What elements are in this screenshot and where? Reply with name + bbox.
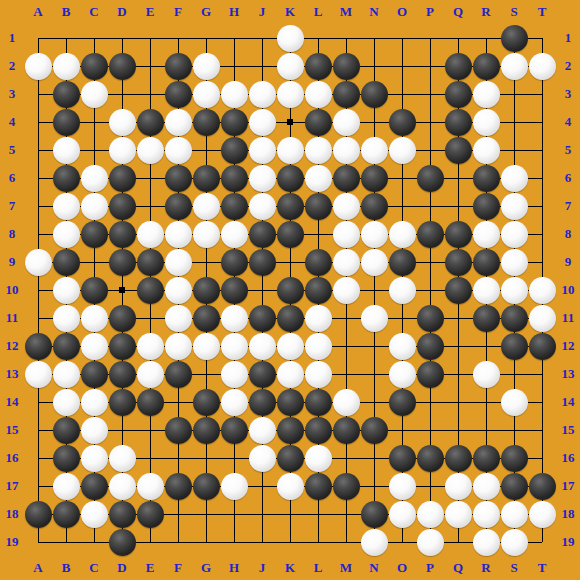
black-stone-C13[interactable]: [81, 361, 108, 388]
black-stone-D9[interactable]: [109, 249, 136, 276]
black-stone-M15[interactable]: [333, 417, 360, 444]
white-stone-G12[interactable]: [193, 333, 220, 360]
black-stone-C2[interactable]: [81, 53, 108, 80]
black-stone-P6[interactable]: [417, 165, 444, 192]
black-stone-N6[interactable]: [361, 165, 388, 192]
white-stone-C18[interactable]: [81, 501, 108, 528]
white-stone-R19[interactable]: [473, 529, 500, 556]
black-stone-K6[interactable]: [277, 165, 304, 192]
white-stone-J7[interactable]: [249, 193, 276, 220]
white-stone-O5[interactable]: [389, 137, 416, 164]
white-stone-T18[interactable]: [529, 501, 556, 528]
white-stone-K13[interactable]: [277, 361, 304, 388]
black-stone-B3[interactable]: [53, 81, 80, 108]
black-stone-G10[interactable]: [193, 277, 220, 304]
white-stone-C3[interactable]: [81, 81, 108, 108]
white-stone-R4[interactable]: [473, 109, 500, 136]
black-stone-D14[interactable]: [109, 389, 136, 416]
white-stone-D5[interactable]: [109, 137, 136, 164]
white-stone-F4[interactable]: [165, 109, 192, 136]
white-stone-Q17[interactable]: [445, 473, 472, 500]
black-stone-L4[interactable]: [305, 109, 332, 136]
white-stone-L6[interactable]: [305, 165, 332, 192]
white-stone-S9[interactable]: [501, 249, 528, 276]
white-stone-B2[interactable]: [53, 53, 80, 80]
white-stone-C6[interactable]: [81, 165, 108, 192]
black-stone-D2[interactable]: [109, 53, 136, 80]
black-stone-O14[interactable]: [389, 389, 416, 416]
white-stone-P19[interactable]: [417, 529, 444, 556]
white-stone-R10[interactable]: [473, 277, 500, 304]
black-stone-G6[interactable]: [193, 165, 220, 192]
white-stone-Q18[interactable]: [445, 501, 472, 528]
white-stone-M10[interactable]: [333, 277, 360, 304]
white-stone-E8[interactable]: [137, 221, 164, 248]
white-stone-R13[interactable]: [473, 361, 500, 388]
black-stone-E18[interactable]: [137, 501, 164, 528]
white-stone-L16[interactable]: [305, 445, 332, 472]
white-stone-N19[interactable]: [361, 529, 388, 556]
black-stone-R11[interactable]: [473, 305, 500, 332]
black-stone-R6[interactable]: [473, 165, 500, 192]
black-stone-O16[interactable]: [389, 445, 416, 472]
black-stone-B16[interactable]: [53, 445, 80, 472]
black-stone-P11[interactable]: [417, 305, 444, 332]
white-stone-G3[interactable]: [193, 81, 220, 108]
black-stone-Q10[interactable]: [445, 277, 472, 304]
white-stone-R3[interactable]: [473, 81, 500, 108]
black-stone-S16[interactable]: [501, 445, 528, 472]
black-stone-R9[interactable]: [473, 249, 500, 276]
black-stone-J9[interactable]: [249, 249, 276, 276]
white-stone-H17[interactable]: [221, 473, 248, 500]
black-stone-F15[interactable]: [165, 417, 192, 444]
black-stone-N3[interactable]: [361, 81, 388, 108]
white-stone-H3[interactable]: [221, 81, 248, 108]
black-stone-N7[interactable]: [361, 193, 388, 220]
black-stone-C17[interactable]: [81, 473, 108, 500]
black-stone-E14[interactable]: [137, 389, 164, 416]
white-stone-L3[interactable]: [305, 81, 332, 108]
white-stone-S6[interactable]: [501, 165, 528, 192]
white-stone-H11[interactable]: [221, 305, 248, 332]
white-stone-F8[interactable]: [165, 221, 192, 248]
black-stone-S1[interactable]: [501, 25, 528, 52]
white-stone-C7[interactable]: [81, 193, 108, 220]
white-stone-O13[interactable]: [389, 361, 416, 388]
black-stone-H5[interactable]: [221, 137, 248, 164]
white-stone-T2[interactable]: [529, 53, 556, 80]
white-stone-R5[interactable]: [473, 137, 500, 164]
black-stone-Q9[interactable]: [445, 249, 472, 276]
black-stone-B6[interactable]: [53, 165, 80, 192]
white-stone-S8[interactable]: [501, 221, 528, 248]
black-stone-B12[interactable]: [53, 333, 80, 360]
white-stone-B8[interactable]: [53, 221, 80, 248]
black-stone-G15[interactable]: [193, 417, 220, 444]
black-stone-H9[interactable]: [221, 249, 248, 276]
black-stone-L14[interactable]: [305, 389, 332, 416]
black-stone-M2[interactable]: [333, 53, 360, 80]
white-stone-C15[interactable]: [81, 417, 108, 444]
white-stone-G7[interactable]: [193, 193, 220, 220]
black-stone-R7[interactable]: [473, 193, 500, 220]
white-stone-O12[interactable]: [389, 333, 416, 360]
white-stone-M5[interactable]: [333, 137, 360, 164]
white-stone-K1[interactable]: [277, 25, 304, 52]
white-stone-S2[interactable]: [501, 53, 528, 80]
white-stone-H14[interactable]: [221, 389, 248, 416]
black-stone-J11[interactable]: [249, 305, 276, 332]
black-stone-A18[interactable]: [25, 501, 52, 528]
white-stone-K12[interactable]: [277, 333, 304, 360]
black-stone-Q4[interactable]: [445, 109, 472, 136]
white-stone-F5[interactable]: [165, 137, 192, 164]
black-stone-H4[interactable]: [221, 109, 248, 136]
black-stone-H7[interactable]: [221, 193, 248, 220]
white-stone-N9[interactable]: [361, 249, 388, 276]
black-stone-B18[interactable]: [53, 501, 80, 528]
white-stone-M7[interactable]: [333, 193, 360, 220]
black-stone-K15[interactable]: [277, 417, 304, 444]
white-stone-J16[interactable]: [249, 445, 276, 472]
black-stone-R16[interactable]: [473, 445, 500, 472]
white-stone-S19[interactable]: [501, 529, 528, 556]
black-stone-S17[interactable]: [501, 473, 528, 500]
black-stone-Q3[interactable]: [445, 81, 472, 108]
black-stone-K14[interactable]: [277, 389, 304, 416]
white-stone-K17[interactable]: [277, 473, 304, 500]
black-stone-S11[interactable]: [501, 305, 528, 332]
black-stone-F7[interactable]: [165, 193, 192, 220]
white-stone-A9[interactable]: [25, 249, 52, 276]
black-stone-E4[interactable]: [137, 109, 164, 136]
white-stone-E12[interactable]: [137, 333, 164, 360]
black-stone-G17[interactable]: [193, 473, 220, 500]
white-stone-O8[interactable]: [389, 221, 416, 248]
white-stone-B13[interactable]: [53, 361, 80, 388]
white-stone-O17[interactable]: [389, 473, 416, 500]
white-stone-H12[interactable]: [221, 333, 248, 360]
white-stone-D4[interactable]: [109, 109, 136, 136]
white-stone-A13[interactable]: [25, 361, 52, 388]
black-stone-C8[interactable]: [81, 221, 108, 248]
white-stone-A2[interactable]: [25, 53, 52, 80]
white-stone-D17[interactable]: [109, 473, 136, 500]
black-stone-Q2[interactable]: [445, 53, 472, 80]
white-stone-C16[interactable]: [81, 445, 108, 472]
white-stone-N11[interactable]: [361, 305, 388, 332]
white-stone-D16[interactable]: [109, 445, 136, 472]
white-stone-H13[interactable]: [221, 361, 248, 388]
white-stone-M14[interactable]: [333, 389, 360, 416]
black-stone-P16[interactable]: [417, 445, 444, 472]
white-stone-O18[interactable]: [389, 501, 416, 528]
white-stone-L12[interactable]: [305, 333, 332, 360]
white-stone-F11[interactable]: [165, 305, 192, 332]
white-stone-C12[interactable]: [81, 333, 108, 360]
black-stone-D8[interactable]: [109, 221, 136, 248]
black-stone-E9[interactable]: [137, 249, 164, 276]
black-stone-N15[interactable]: [361, 417, 388, 444]
white-stone-S10[interactable]: [501, 277, 528, 304]
black-stone-K11[interactable]: [277, 305, 304, 332]
black-stone-K16[interactable]: [277, 445, 304, 472]
white-stone-P18[interactable]: [417, 501, 444, 528]
white-stone-N8[interactable]: [361, 221, 388, 248]
white-stone-R18[interactable]: [473, 501, 500, 528]
white-stone-S7[interactable]: [501, 193, 528, 220]
white-stone-M9[interactable]: [333, 249, 360, 276]
white-stone-K3[interactable]: [277, 81, 304, 108]
black-stone-D7[interactable]: [109, 193, 136, 220]
black-stone-Q5[interactable]: [445, 137, 472, 164]
black-stone-N18[interactable]: [361, 501, 388, 528]
black-stone-B9[interactable]: [53, 249, 80, 276]
black-stone-T12[interactable]: [529, 333, 556, 360]
white-stone-E17[interactable]: [137, 473, 164, 500]
black-stone-O4[interactable]: [389, 109, 416, 136]
go-board[interactable]: [24, 24, 556, 556]
white-stone-J3[interactable]: [249, 81, 276, 108]
white-stone-J6[interactable]: [249, 165, 276, 192]
white-stone-N5[interactable]: [361, 137, 388, 164]
white-stone-F12[interactable]: [165, 333, 192, 360]
black-stone-F2[interactable]: [165, 53, 192, 80]
white-stone-B5[interactable]: [53, 137, 80, 164]
black-stone-Q8[interactable]: [445, 221, 472, 248]
white-stone-M8[interactable]: [333, 221, 360, 248]
white-stone-L5[interactable]: [305, 137, 332, 164]
black-stone-H6[interactable]: [221, 165, 248, 192]
black-stone-L2[interactable]: [305, 53, 332, 80]
black-stone-P8[interactable]: [417, 221, 444, 248]
black-stone-Q16[interactable]: [445, 445, 472, 472]
black-stone-D13[interactable]: [109, 361, 136, 388]
white-stone-E13[interactable]: [137, 361, 164, 388]
white-stone-B11[interactable]: [53, 305, 80, 332]
black-stone-F6[interactable]: [165, 165, 192, 192]
white-stone-B7[interactable]: [53, 193, 80, 220]
black-stone-B15[interactable]: [53, 417, 80, 444]
white-stone-G2[interactable]: [193, 53, 220, 80]
white-stone-S18[interactable]: [501, 501, 528, 528]
black-stone-K10[interactable]: [277, 277, 304, 304]
white-stone-C14[interactable]: [81, 389, 108, 416]
black-stone-B4[interactable]: [53, 109, 80, 136]
white-stone-B17[interactable]: [53, 473, 80, 500]
black-stone-E10[interactable]: [137, 277, 164, 304]
black-stone-P12[interactable]: [417, 333, 444, 360]
black-stone-D6[interactable]: [109, 165, 136, 192]
black-stone-F13[interactable]: [165, 361, 192, 388]
white-stone-E5[interactable]: [137, 137, 164, 164]
black-stone-C10[interactable]: [81, 277, 108, 304]
white-stone-J15[interactable]: [249, 417, 276, 444]
white-stone-M4[interactable]: [333, 109, 360, 136]
white-stone-J4[interactable]: [249, 109, 276, 136]
white-stone-T11[interactable]: [529, 305, 556, 332]
black-stone-G4[interactable]: [193, 109, 220, 136]
black-stone-F17[interactable]: [165, 473, 192, 500]
white-stone-L11[interactable]: [305, 305, 332, 332]
black-stone-R2[interactable]: [473, 53, 500, 80]
go-board-screen: ABCDEFGHJKLMNOPQRST ABCDEFGHJKLMNOPQRST …: [0, 0, 580, 580]
black-stone-P13[interactable]: [417, 361, 444, 388]
white-stone-R8[interactable]: [473, 221, 500, 248]
white-stone-O10[interactable]: [389, 277, 416, 304]
white-stone-B10[interactable]: [53, 277, 80, 304]
black-stone-J14[interactable]: [249, 389, 276, 416]
black-stone-D11[interactable]: [109, 305, 136, 332]
black-stone-L9[interactable]: [305, 249, 332, 276]
white-stone-S14[interactable]: [501, 389, 528, 416]
black-stone-A12[interactable]: [25, 333, 52, 360]
white-stone-J12[interactable]: [249, 333, 276, 360]
black-stone-M6[interactable]: [333, 165, 360, 192]
white-stone-G8[interactable]: [193, 221, 220, 248]
black-stone-M17[interactable]: [333, 473, 360, 500]
black-stone-T17[interactable]: [529, 473, 556, 500]
black-stone-L10[interactable]: [305, 277, 332, 304]
black-stone-S12[interactable]: [501, 333, 528, 360]
black-stone-D12[interactable]: [109, 333, 136, 360]
black-stone-G14[interactable]: [193, 389, 220, 416]
black-stone-M3[interactable]: [333, 81, 360, 108]
white-stone-B14[interactable]: [53, 389, 80, 416]
white-stone-L13[interactable]: [305, 361, 332, 388]
white-stone-F9[interactable]: [165, 249, 192, 276]
black-stone-L15[interactable]: [305, 417, 332, 444]
black-stone-L7[interactable]: [305, 193, 332, 220]
black-stone-G11[interactable]: [193, 305, 220, 332]
white-stone-C11[interactable]: [81, 305, 108, 332]
black-stone-K8[interactable]: [277, 221, 304, 248]
black-stone-D19[interactable]: [109, 529, 136, 556]
black-stone-J8[interactable]: [249, 221, 276, 248]
black-stone-D18[interactable]: [109, 501, 136, 528]
black-stone-F3[interactable]: [165, 81, 192, 108]
white-stone-K2[interactable]: [277, 53, 304, 80]
black-stone-H10[interactable]: [221, 277, 248, 304]
white-stone-F10[interactable]: [165, 277, 192, 304]
white-stone-K5[interactable]: [277, 137, 304, 164]
black-stone-O9[interactable]: [389, 249, 416, 276]
white-stone-J5[interactable]: [249, 137, 276, 164]
black-stone-K7[interactable]: [277, 193, 304, 220]
black-stone-H15[interactable]: [221, 417, 248, 444]
black-stone-L17[interactable]: [305, 473, 332, 500]
white-stone-T10[interactable]: [529, 277, 556, 304]
black-stone-J13[interactable]: [249, 361, 276, 388]
white-stone-R17[interactable]: [473, 473, 500, 500]
white-stone-H8[interactable]: [221, 221, 248, 248]
